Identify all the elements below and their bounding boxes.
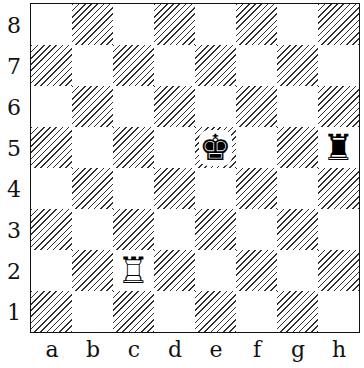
rank-label-4: 4 — [0, 169, 28, 210]
rank-labels: 87654321 — [0, 5, 28, 333]
square-b7[interactable] — [72, 45, 113, 86]
square-a6[interactable] — [31, 86, 72, 127]
square-h5[interactable]: ♜ — [318, 127, 359, 168]
square-f5[interactable] — [236, 127, 277, 168]
square-a1[interactable] — [31, 291, 72, 332]
square-g3[interactable] — [277, 209, 318, 250]
square-d2[interactable] — [154, 250, 195, 291]
file-label-f: f — [237, 334, 278, 364]
rank-label-3: 3 — [0, 210, 28, 251]
square-f3[interactable] — [236, 209, 277, 250]
square-e7[interactable] — [195, 45, 236, 86]
square-d7[interactable] — [154, 45, 195, 86]
square-g1[interactable] — [277, 291, 318, 332]
square-a8[interactable] — [31, 4, 72, 45]
square-d8[interactable] — [154, 4, 195, 45]
rank-label-6: 6 — [0, 87, 28, 128]
file-label-h: h — [319, 334, 360, 364]
file-label-a: a — [32, 334, 73, 364]
square-b5[interactable] — [72, 127, 113, 168]
square-e2[interactable] — [195, 250, 236, 291]
square-h6[interactable] — [318, 86, 359, 127]
piece-black-king-e5[interactable]: ♚ — [199, 127, 231, 168]
rank-label-7: 7 — [0, 46, 28, 87]
square-g4[interactable] — [277, 168, 318, 209]
square-d3[interactable] — [154, 209, 195, 250]
square-a2[interactable] — [31, 250, 72, 291]
square-f8[interactable] — [236, 4, 277, 45]
rank-label-1: 1 — [0, 292, 28, 333]
square-d5[interactable] — [154, 127, 195, 168]
file-label-e: e — [196, 334, 237, 364]
square-c6[interactable] — [113, 86, 154, 127]
square-c8[interactable] — [113, 4, 154, 45]
square-f1[interactable] — [236, 291, 277, 332]
square-f4[interactable] — [236, 168, 277, 209]
file-label-b: b — [73, 334, 114, 364]
square-c5[interactable] — [113, 127, 154, 168]
rank-label-8: 8 — [0, 5, 28, 46]
square-c4[interactable] — [113, 168, 154, 209]
square-f2[interactable] — [236, 250, 277, 291]
square-b1[interactable] — [72, 291, 113, 332]
piece-black-rook-h5[interactable]: ♜ — [322, 127, 354, 168]
square-c1[interactable] — [113, 291, 154, 332]
square-c7[interactable] — [113, 45, 154, 86]
square-a7[interactable] — [31, 45, 72, 86]
square-d1[interactable] — [154, 291, 195, 332]
square-e4[interactable] — [195, 168, 236, 209]
square-g5[interactable] — [277, 127, 318, 168]
square-d6[interactable] — [154, 86, 195, 127]
file-label-g: g — [278, 334, 319, 364]
square-e1[interactable] — [195, 291, 236, 332]
square-g6[interactable] — [277, 86, 318, 127]
square-e8[interactable] — [195, 4, 236, 45]
rank-label-2: 2 — [0, 251, 28, 292]
square-b2[interactable] — [72, 250, 113, 291]
square-g7[interactable] — [277, 45, 318, 86]
square-f6[interactable] — [236, 86, 277, 127]
square-f7[interactable] — [236, 45, 277, 86]
chess-diagram: 87654321 ♚♜♖ abcdefgh — [0, 0, 364, 368]
square-h7[interactable] — [318, 45, 359, 86]
square-b3[interactable] — [72, 209, 113, 250]
square-g8[interactable] — [277, 4, 318, 45]
square-d4[interactable] — [154, 168, 195, 209]
piece-white-rook-c2[interactable]: ♖ — [117, 250, 149, 291]
square-b8[interactable] — [72, 4, 113, 45]
square-h2[interactable] — [318, 250, 359, 291]
square-c2[interactable]: ♖ — [113, 250, 154, 291]
square-h8[interactable] — [318, 4, 359, 45]
square-a5[interactable] — [31, 127, 72, 168]
rank-label-5: 5 — [0, 128, 28, 169]
square-a3[interactable] — [31, 209, 72, 250]
square-h3[interactable] — [318, 209, 359, 250]
chess-board: ♚♜♖ — [30, 3, 360, 333]
square-e6[interactable] — [195, 86, 236, 127]
square-e3[interactable] — [195, 209, 236, 250]
file-label-c: c — [114, 334, 155, 364]
square-e5[interactable]: ♚ — [195, 127, 236, 168]
file-label-d: d — [155, 334, 196, 364]
square-a4[interactable] — [31, 168, 72, 209]
file-labels: abcdefgh — [32, 334, 360, 364]
square-b6[interactable] — [72, 86, 113, 127]
square-g2[interactable] — [277, 250, 318, 291]
square-h1[interactable] — [318, 291, 359, 332]
square-c3[interactable] — [113, 209, 154, 250]
square-b4[interactable] — [72, 168, 113, 209]
square-h4[interactable] — [318, 168, 359, 209]
